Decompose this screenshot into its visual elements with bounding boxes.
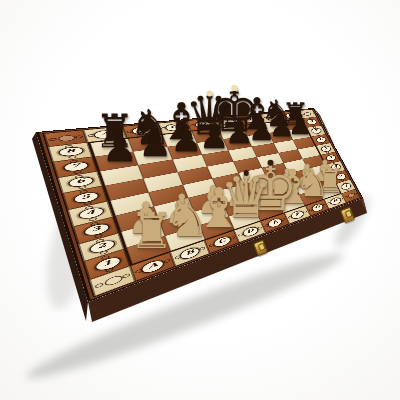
scroll-ornament-icon bbox=[57, 135, 76, 142]
file-label-f: F bbox=[244, 116, 259, 123]
file-label-g: G bbox=[310, 203, 324, 213]
rank-label-3: 3 bbox=[330, 164, 342, 172]
file-label-h: H bbox=[284, 113, 297, 119]
file-label-e: E bbox=[220, 118, 236, 125]
file-label-g: G bbox=[265, 114, 279, 120]
file-label-d: D bbox=[241, 225, 259, 238]
file-label-f: F bbox=[290, 209, 305, 220]
scroll-ornament-icon bbox=[303, 112, 311, 116]
rank-label-6: 6 bbox=[315, 136, 327, 143]
rank-label-6: 6 bbox=[66, 175, 94, 188]
rank-label-8: 8 bbox=[57, 146, 85, 157]
file-label-e: E bbox=[267, 217, 283, 229]
file-label-b: B bbox=[179, 245, 202, 260]
file-label-a: A bbox=[93, 129, 118, 139]
rank-label-7: 7 bbox=[61, 161, 89, 173]
scroll-ornament-icon bbox=[347, 193, 355, 199]
rank-label-7: 7 bbox=[310, 128, 322, 134]
rank-label-5: 5 bbox=[71, 191, 99, 205]
rank-label-4: 4 bbox=[325, 154, 337, 161]
rank-label-1: 1 bbox=[340, 182, 352, 190]
rank-label-5: 5 bbox=[320, 145, 332, 152]
file-label-d: D bbox=[193, 121, 211, 129]
file-label-b: B bbox=[131, 126, 153, 135]
rank-label-8: 8 bbox=[305, 119, 317, 125]
file-label-a: A bbox=[140, 258, 166, 275]
chess-set-photo: ABCDEFGH8877665544332211ABCDEFGH ♜♞♝♛♚♝♞… bbox=[0, 0, 400, 400]
file-label-c: C bbox=[212, 235, 232, 249]
rank-label-2: 2 bbox=[335, 173, 347, 181]
scroll-ornament-icon bbox=[103, 274, 123, 287]
file-label-c: C bbox=[164, 123, 184, 131]
file-label-h: H bbox=[329, 197, 342, 206]
